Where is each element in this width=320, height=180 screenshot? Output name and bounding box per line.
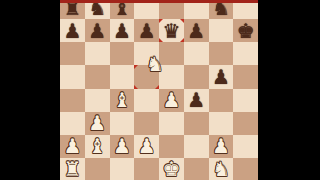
white-knight-g1[interactable]: ♞ [212, 159, 230, 179]
square-d7[interactable]: ♟ [134, 19, 159, 42]
black-pawn-c7[interactable]: ♟ [113, 21, 131, 41]
black-queen-e7[interactable]: ♛ [162, 21, 180, 41]
lastmove-corner-mark [180, 19, 184, 23]
white-pawn-a2[interactable]: ♟ [63, 136, 81, 156]
square-g2[interactable]: ♟ [209, 135, 234, 158]
lastmove-corner-mark [180, 38, 184, 42]
square-g3[interactable] [209, 112, 234, 135]
square-h1[interactable] [233, 158, 258, 180]
square-e1[interactable]: ♚ [159, 158, 184, 180]
black-pawn-a7[interactable]: ♟ [63, 21, 81, 41]
square-b6[interactable] [85, 42, 110, 65]
square-b4[interactable] [85, 89, 110, 112]
square-h2[interactable] [233, 135, 258, 158]
lastmove-corner-mark [134, 65, 138, 69]
chess-board[interactable]: ♜♞♝♞♟♟♟♟♛♟♚♞♟♝♟♟♟♟♝♟♟♟♜♚♞ [60, 0, 258, 180]
square-h5[interactable] [233, 65, 258, 88]
lastmove-corner-mark [155, 85, 159, 89]
square-e2[interactable] [159, 135, 184, 158]
square-a2[interactable]: ♟ [60, 135, 85, 158]
white-bishop-b2[interactable]: ♝ [88, 136, 106, 156]
white-pawn-d2[interactable]: ♟ [138, 136, 156, 156]
square-a6[interactable] [60, 42, 85, 65]
square-d1[interactable] [134, 158, 159, 180]
square-b3[interactable]: ♟ [85, 112, 110, 135]
square-c7[interactable]: ♟ [110, 19, 135, 42]
black-pawn-b7[interactable]: ♟ [88, 21, 106, 41]
square-h7[interactable]: ♚ [233, 19, 258, 42]
square-f3[interactable] [184, 112, 209, 135]
square-d2[interactable]: ♟ [134, 135, 159, 158]
square-f1[interactable] [184, 158, 209, 180]
square-g1[interactable]: ♞ [209, 158, 234, 180]
square-a4[interactable] [60, 89, 85, 112]
square-f7[interactable]: ♟ [184, 19, 209, 42]
square-g5[interactable]: ♟ [209, 65, 234, 88]
square-c2[interactable]: ♟ [110, 135, 135, 158]
white-rook-a1[interactable]: ♜ [63, 159, 81, 179]
square-b5[interactable] [85, 65, 110, 88]
square-h6[interactable] [233, 42, 258, 65]
square-b1[interactable] [85, 158, 110, 180]
square-c6[interactable] [110, 42, 135, 65]
top-banner-strip [60, 0, 258, 3]
square-b7[interactable]: ♟ [85, 19, 110, 42]
square-d3[interactable] [134, 112, 159, 135]
black-pawn-d7[interactable]: ♟ [138, 21, 156, 41]
black-king-h7[interactable]: ♚ [237, 21, 255, 41]
square-g4[interactable] [209, 89, 234, 112]
white-knight-d5[interactable]: ♞ [146, 54, 164, 74]
square-e3[interactable] [159, 112, 184, 135]
square-c4[interactable]: ♝ [110, 89, 135, 112]
square-c3[interactable] [110, 112, 135, 135]
square-b2[interactable]: ♝ [85, 135, 110, 158]
square-d4[interactable] [134, 89, 159, 112]
letterbox-right [258, 0, 320, 180]
square-e4[interactable]: ♟ [159, 89, 184, 112]
black-pawn-f7[interactable]: ♟ [187, 21, 205, 41]
square-a3[interactable] [60, 112, 85, 135]
black-pawn-f4[interactable]: ♟ [187, 90, 205, 110]
square-f4[interactable]: ♟ [184, 89, 209, 112]
square-e7[interactable]: ♛ [159, 19, 184, 42]
square-h4[interactable] [233, 89, 258, 112]
lastmove-corner-mark [134, 85, 138, 89]
letterbox-left [0, 0, 60, 180]
square-c1[interactable] [110, 158, 135, 180]
square-f5[interactable] [184, 65, 209, 88]
square-a7[interactable]: ♟ [60, 19, 85, 42]
square-d5[interactable]: ♞ [134, 65, 159, 88]
white-pawn-e4[interactable]: ♟ [162, 90, 180, 110]
white-pawn-g2[interactable]: ♟ [212, 136, 230, 156]
white-king-e1[interactable]: ♚ [162, 159, 180, 179]
white-bishop-c4[interactable]: ♝ [113, 90, 131, 110]
square-c5[interactable] [110, 65, 135, 88]
white-pawn-b3[interactable]: ♟ [88, 113, 106, 133]
square-h3[interactable] [233, 112, 258, 135]
video-frame: ♜♞♝♞♟♟♟♟♛♟♚♞♟♝♟♟♟♟♝♟♟♟♜♚♞ [0, 0, 320, 180]
square-g7[interactable] [209, 19, 234, 42]
black-pawn-g5[interactable]: ♟ [212, 67, 230, 87]
square-f2[interactable] [184, 135, 209, 158]
square-f6[interactable] [184, 42, 209, 65]
square-a1[interactable]: ♜ [60, 158, 85, 180]
white-pawn-c2[interactable]: ♟ [113, 136, 131, 156]
square-a5[interactable] [60, 65, 85, 88]
square-g6[interactable] [209, 42, 234, 65]
